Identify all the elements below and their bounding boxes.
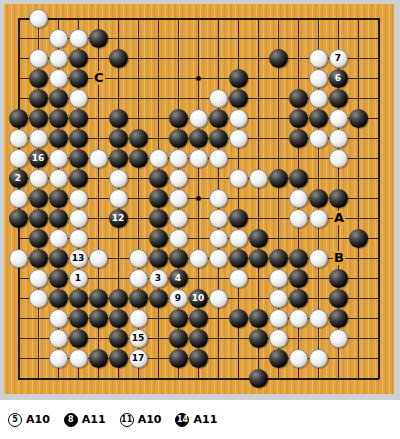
white-stone[interactable] xyxy=(69,29,88,48)
black-stone[interactable] xyxy=(29,229,48,248)
black-stone[interactable] xyxy=(289,109,308,128)
black-stone[interactable] xyxy=(89,289,108,308)
black-stone[interactable] xyxy=(249,249,268,268)
white-stone[interactable] xyxy=(29,129,48,148)
black-stone[interactable] xyxy=(189,349,208,368)
white-stone-move-15[interactable]: 15 xyxy=(129,329,148,348)
black-stone[interactable] xyxy=(229,249,248,268)
white-stone[interactable] xyxy=(29,289,48,308)
white-stone-move-3[interactable]: 3 xyxy=(149,269,168,288)
black-stone[interactable] xyxy=(309,109,328,128)
black-stone[interactable] xyxy=(49,189,68,208)
white-stone[interactable] xyxy=(49,69,68,88)
white-stone[interactable] xyxy=(309,249,328,268)
white-stone[interactable] xyxy=(189,249,208,268)
white-stone[interactable] xyxy=(309,49,328,68)
black-stone-icon: 8 xyxy=(64,413,78,427)
white-stone[interactable] xyxy=(49,149,68,168)
white-stone[interactable] xyxy=(29,269,48,288)
white-stone[interactable] xyxy=(69,189,88,208)
white-stone[interactable] xyxy=(49,349,68,368)
white-stone[interactable] xyxy=(29,49,48,68)
black-stone[interactable] xyxy=(69,309,88,328)
black-stone[interactable] xyxy=(249,229,268,248)
star-point xyxy=(196,76,201,81)
black-stone[interactable] xyxy=(69,69,88,88)
white-stone[interactable] xyxy=(169,209,188,228)
white-stone[interactable] xyxy=(9,149,28,168)
caption-entry: 8A11 xyxy=(64,413,106,427)
black-stone[interactable] xyxy=(69,49,88,68)
white-stone[interactable] xyxy=(329,109,348,128)
black-stone-move-4[interactable]: 4 xyxy=(169,269,188,288)
black-stone[interactable] xyxy=(149,189,168,208)
black-stone[interactable] xyxy=(189,309,208,328)
white-stone[interactable] xyxy=(309,209,328,228)
white-stone[interactable] xyxy=(49,49,68,68)
black-stone[interactable] xyxy=(69,329,88,348)
point-label-A: A xyxy=(333,211,345,225)
black-stone[interactable] xyxy=(289,169,308,188)
white-stone[interactable] xyxy=(129,249,148,268)
white-stone[interactable] xyxy=(69,89,88,108)
black-stone[interactable] xyxy=(9,209,28,228)
black-stone[interactable] xyxy=(329,189,348,208)
black-stone[interactable] xyxy=(289,89,308,108)
black-stone[interactable] xyxy=(49,109,68,128)
white-stone[interactable] xyxy=(69,349,88,368)
black-stone[interactable] xyxy=(189,329,208,348)
black-stone[interactable] xyxy=(149,289,168,308)
star-point xyxy=(196,196,201,201)
white-stone[interactable] xyxy=(49,169,68,188)
white-stone[interactable] xyxy=(129,269,148,288)
black-stone[interactable] xyxy=(349,229,368,248)
white-stone[interactable] xyxy=(229,169,248,188)
white-stone[interactable] xyxy=(9,249,28,268)
white-stone[interactable] xyxy=(229,269,248,288)
black-stone[interactable] xyxy=(189,129,208,148)
black-stone[interactable] xyxy=(349,109,368,128)
black-stone[interactable] xyxy=(169,329,188,348)
white-stone[interactable] xyxy=(149,149,168,168)
black-stone[interactable] xyxy=(329,289,348,308)
black-stone[interactable] xyxy=(329,89,348,108)
caption-coordinate: A11 xyxy=(82,413,106,426)
black-stone[interactable] xyxy=(209,109,228,128)
black-stone-move-16[interactable]: 16 xyxy=(29,149,48,168)
black-stone[interactable] xyxy=(29,109,48,128)
black-stone[interactable] xyxy=(29,209,48,228)
white-stone[interactable] xyxy=(69,209,88,228)
board-frame: 7616212131349101517CAB xyxy=(0,0,400,400)
white-stone[interactable] xyxy=(169,169,188,188)
black-stone[interactable] xyxy=(249,329,268,348)
black-stone[interactable] xyxy=(89,29,108,48)
white-stone[interactable] xyxy=(169,229,188,248)
black-stone[interactable] xyxy=(69,109,88,128)
black-stone[interactable] xyxy=(269,169,288,188)
black-stone[interactable] xyxy=(229,69,248,88)
white-stone[interactable] xyxy=(49,29,68,48)
black-stone-icon: 14 xyxy=(175,413,189,427)
white-stone[interactable] xyxy=(269,289,288,308)
black-stone[interactable] xyxy=(249,369,268,388)
white-stone-move-9[interactable]: 9 xyxy=(169,289,188,308)
black-stone[interactable] xyxy=(109,309,128,328)
white-stone[interactable] xyxy=(269,309,288,328)
white-stone[interactable] xyxy=(269,269,288,288)
black-stone[interactable] xyxy=(29,189,48,208)
black-stone[interactable] xyxy=(109,329,128,348)
white-stone[interactable] xyxy=(289,189,308,208)
black-stone[interactable] xyxy=(29,249,48,268)
white-stone[interactable] xyxy=(89,149,108,168)
black-stone[interactable] xyxy=(9,109,28,128)
white-stone[interactable] xyxy=(49,229,68,248)
black-stone[interactable] xyxy=(109,49,128,68)
black-stone[interactable] xyxy=(149,209,168,228)
black-stone[interactable] xyxy=(149,249,168,268)
white-stone[interactable] xyxy=(209,229,228,248)
black-stone-move-2[interactable]: 2 xyxy=(9,169,28,188)
black-stone[interactable] xyxy=(289,129,308,148)
black-stone[interactable] xyxy=(329,269,348,288)
black-stone[interactable] xyxy=(89,349,108,368)
black-stone[interactable] xyxy=(169,349,188,368)
white-stone[interactable] xyxy=(289,209,308,228)
black-stone[interactable] xyxy=(69,169,88,188)
white-stone[interactable] xyxy=(309,129,328,148)
white-stone[interactable] xyxy=(309,309,328,328)
white-stone[interactable] xyxy=(269,329,288,348)
grid-line-h xyxy=(18,378,379,380)
white-stone[interactable] xyxy=(209,149,228,168)
caption-coordinate: A10 xyxy=(26,413,50,426)
black-stone[interactable] xyxy=(109,149,128,168)
caption-coordinate: A11 xyxy=(193,413,217,426)
caption-coordinate: A10 xyxy=(138,413,162,426)
black-stone[interactable] xyxy=(169,249,188,268)
white-stone[interactable] xyxy=(329,149,348,168)
white-stone[interactable] xyxy=(289,309,308,328)
black-stone[interactable] xyxy=(69,149,88,168)
black-stone[interactable] xyxy=(289,289,308,308)
white-stone[interactable] xyxy=(29,9,48,28)
black-stone[interactable] xyxy=(29,89,48,108)
black-stone[interactable] xyxy=(109,129,128,148)
black-stone[interactable] xyxy=(249,309,268,328)
white-stone[interactable] xyxy=(169,149,188,168)
white-stone[interactable] xyxy=(329,329,348,348)
black-stone[interactable] xyxy=(49,289,68,308)
white-stone[interactable] xyxy=(189,109,208,128)
white-stone[interactable] xyxy=(309,89,328,108)
white-stone[interactable] xyxy=(9,189,28,208)
black-stone[interactable] xyxy=(209,129,228,148)
black-stone-move-10[interactable]: 10 xyxy=(189,289,208,308)
black-stone[interactable] xyxy=(269,349,288,368)
black-stone[interactable] xyxy=(29,69,48,88)
black-stone[interactable] xyxy=(229,89,248,108)
white-stone[interactable] xyxy=(49,309,68,328)
white-stone-icon: 5 xyxy=(8,413,22,427)
white-stone[interactable] xyxy=(169,189,188,208)
white-stone-move-1[interactable]: 1 xyxy=(69,269,88,288)
white-stone[interactable] xyxy=(129,309,148,328)
black-stone[interactable] xyxy=(109,109,128,128)
black-stone[interactable] xyxy=(109,349,128,368)
black-stone[interactable] xyxy=(289,269,308,288)
black-stone[interactable] xyxy=(129,149,148,168)
black-stone[interactable] xyxy=(269,249,288,268)
white-stone[interactable] xyxy=(209,249,228,268)
black-stone[interactable] xyxy=(89,309,108,328)
white-stone[interactable] xyxy=(109,169,128,188)
black-stone[interactable] xyxy=(169,309,188,328)
white-stone[interactable] xyxy=(229,129,248,148)
white-stone[interactable] xyxy=(309,69,328,88)
white-stone[interactable] xyxy=(189,149,208,168)
black-stone[interactable] xyxy=(169,129,188,148)
move-caption: 5A108A1111A1014A11 xyxy=(0,400,400,439)
black-stone[interactable] xyxy=(289,249,308,268)
white-stone[interactable] xyxy=(229,109,248,128)
black-stone[interactable] xyxy=(309,189,328,208)
grid-line-v xyxy=(358,18,359,379)
black-stone[interactable] xyxy=(49,209,68,228)
black-stone[interactable] xyxy=(49,89,68,108)
black-stone[interactable] xyxy=(69,129,88,148)
black-stone[interactable] xyxy=(69,289,88,308)
black-stone[interactable] xyxy=(129,289,148,308)
point-label-B: B xyxy=(333,251,345,265)
white-stone[interactable] xyxy=(9,129,28,148)
black-stone[interactable] xyxy=(269,49,288,68)
point-label-C: C xyxy=(93,71,105,85)
white-stone[interactable] xyxy=(329,129,348,148)
black-stone[interactable] xyxy=(109,289,128,308)
white-stone[interactable] xyxy=(249,169,268,188)
white-stone-icon: 11 xyxy=(120,413,134,427)
black-stone[interactable] xyxy=(229,309,248,328)
white-stone[interactable] xyxy=(309,349,328,368)
black-stone[interactable] xyxy=(49,269,68,288)
black-stone[interactable] xyxy=(149,169,168,188)
black-stone[interactable] xyxy=(169,109,188,128)
white-stone[interactable] xyxy=(289,349,308,368)
caption-entry: 11A10 xyxy=(120,413,162,427)
caption-entry: 14A11 xyxy=(175,413,217,427)
black-stone[interactable] xyxy=(49,249,68,268)
white-stone[interactable] xyxy=(109,189,128,208)
white-stone[interactable] xyxy=(209,89,228,108)
white-stone[interactable] xyxy=(89,249,108,268)
black-stone[interactable] xyxy=(129,129,148,148)
black-stone[interactable] xyxy=(229,209,248,228)
white-stone[interactable] xyxy=(229,229,248,248)
grid-line-v xyxy=(378,18,380,379)
white-stone[interactable] xyxy=(29,169,48,188)
black-stone[interactable] xyxy=(149,229,168,248)
white-stone[interactable] xyxy=(209,289,228,308)
white-stone-move-7[interactable]: 7 xyxy=(329,49,348,68)
white-stone[interactable] xyxy=(69,229,88,248)
white-stone[interactable] xyxy=(209,189,228,208)
caption-entry: 5A10 xyxy=(8,413,50,427)
black-stone[interactable] xyxy=(49,129,68,148)
white-stone[interactable] xyxy=(49,329,68,348)
white-stone[interactable] xyxy=(209,209,228,228)
white-stone-move-13[interactable]: 13 xyxy=(69,249,88,268)
black-stone[interactable] xyxy=(329,309,348,328)
black-stone-move-12[interactable]: 12 xyxy=(109,209,128,228)
black-stone-move-6[interactable]: 6 xyxy=(329,69,348,88)
white-stone-move-17[interactable]: 17 xyxy=(129,349,148,368)
